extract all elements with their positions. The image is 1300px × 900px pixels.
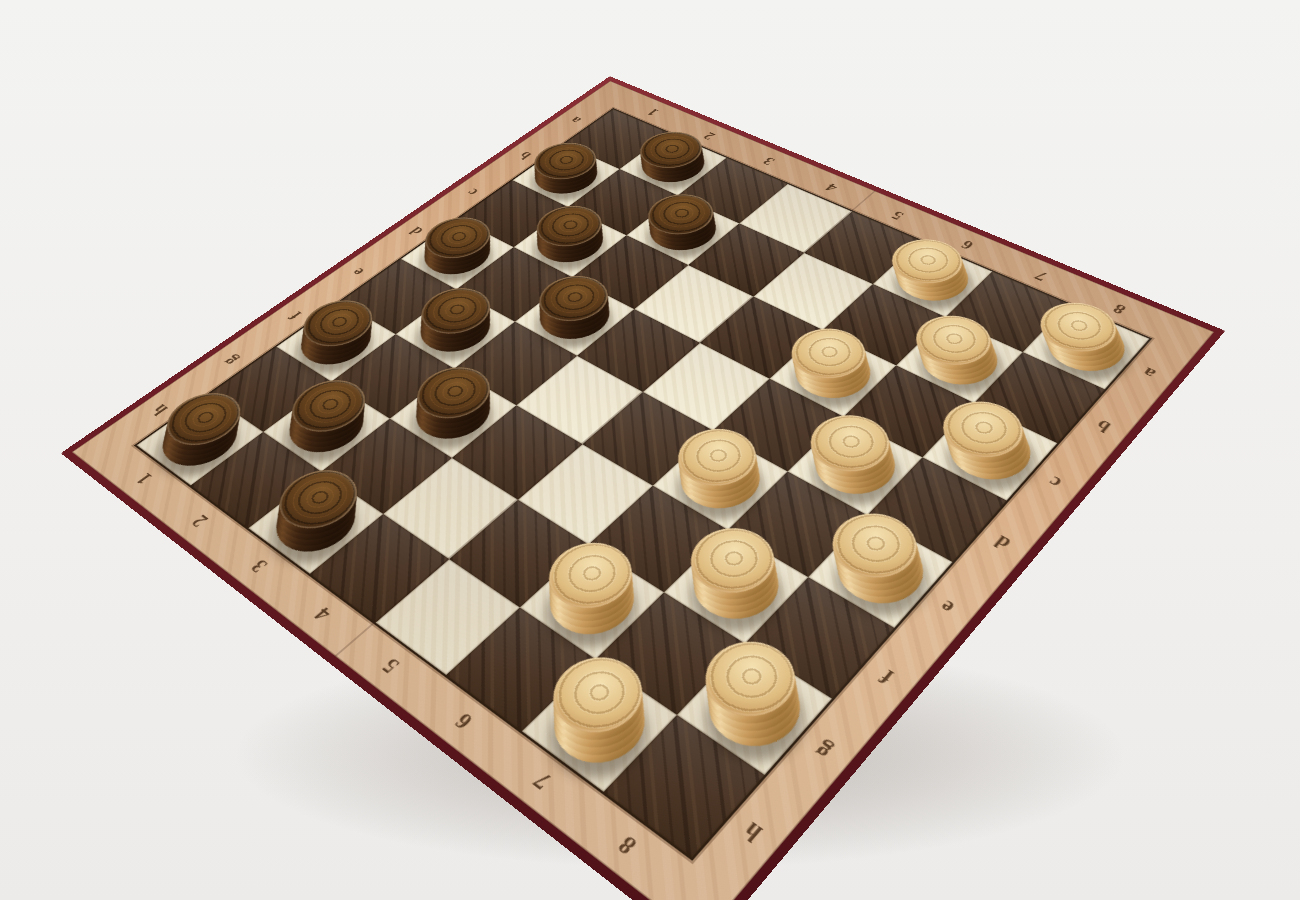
board-tilt-wrapper: 11aa22bb33cc44dd55ee66ff77gg88hh <box>188 0 1098 847</box>
scene: 11aa22bb33cc44dd55ee66ff77gg88hh <box>0 0 1300 900</box>
